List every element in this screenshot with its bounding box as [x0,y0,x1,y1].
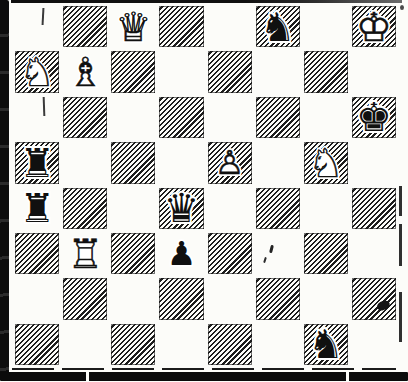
square-h5[interactable] [350,140,398,185]
frame-right-dash [399,292,402,342]
square-h1[interactable] [350,322,398,367]
square-b2[interactable] [61,276,109,321]
square-e6[interactable] [206,95,254,140]
square-d2[interactable] [157,276,205,321]
square-f5[interactable] [254,140,302,185]
square-c2[interactable] [109,276,157,321]
square-b8[interactable] [61,4,109,49]
square-g7[interactable] [302,49,350,94]
square-b4[interactable] [61,186,109,231]
white-queen-silhouette: ♛ [109,4,157,49]
square-g4[interactable] [302,186,350,231]
black-pawn-silhouette: ♟ [157,231,205,276]
square-f2[interactable] [254,276,302,321]
black-knight-silhouette: ♞ [256,6,300,47]
white-king-silhouette: ♚ [352,6,396,47]
square-e4[interactable] [206,186,254,231]
square-e2[interactable] [206,276,254,321]
black-king: ♚ [352,97,396,138]
square-f1[interactable] [254,322,302,367]
square-c5[interactable] [109,140,157,185]
square-g3[interactable] [302,231,350,276]
square-a7[interactable]: ♞♘ [13,49,61,94]
white-pawn: ♙ [208,142,252,183]
square-d3[interactable]: ♟♟ [157,231,205,276]
square-f3[interactable] [254,231,302,276]
white-rook-silhouette: ♜ [61,231,109,276]
square-e7[interactable] [206,49,254,94]
square-e3[interactable] [206,231,254,276]
square-g1[interactable]: ♞♞ [302,322,350,367]
square-g2[interactable] [302,276,350,321]
square-b7[interactable]: ♝♗ [61,49,109,94]
white-bishop-silhouette: ♝ [61,49,109,94]
square-h3[interactable] [350,231,398,276]
square-c7[interactable] [109,49,157,94]
square-c8[interactable]: ♛♕ [109,4,157,49]
black-queen-silhouette: ♛ [159,188,203,229]
square-b6[interactable] [61,95,109,140]
black-pawn: ♟ [157,231,205,276]
square-f4[interactable] [254,186,302,231]
frame-right-dash [399,224,402,266]
black-rook-silhouette: ♜ [13,186,61,231]
print-speck-artifact [400,5,404,10]
square-e5[interactable]: ♟♙ [206,140,254,185]
white-knight: ♘ [304,142,348,183]
square-b1[interactable] [61,322,109,367]
white-king: ♔ [352,6,396,47]
square-a5[interactable]: ♜♜ [13,140,61,185]
square-a8[interactable] [13,4,61,49]
square-e1[interactable] [206,322,254,367]
square-b5[interactable] [61,140,109,185]
frame-top-line [11,0,402,3]
square-h4[interactable] [350,186,398,231]
black-knight: ♞ [256,6,300,47]
square-b3[interactable]: ♜♖ [61,231,109,276]
square-d7[interactable] [157,49,205,94]
square-h6[interactable]: ♚♚ [350,95,398,140]
black-queen: ♛ [159,188,203,229]
square-d6[interactable] [157,95,205,140]
white-rook: ♖ [61,231,109,276]
square-f7[interactable] [254,49,302,94]
square-h2[interactable] [350,276,398,321]
square-h7[interactable] [350,49,398,94]
square-f8[interactable]: ♞♞ [254,4,302,49]
frame-under-line [12,368,396,370]
square-g8[interactable] [302,4,350,49]
black-knight-silhouette: ♞ [304,324,348,365]
square-d1[interactable] [157,322,205,367]
square-d5[interactable] [157,140,205,185]
black-rook-silhouette: ♜ [15,142,59,183]
square-a2[interactable] [13,276,61,321]
black-king-silhouette: ♚ [352,97,396,138]
frame-right-dash [399,186,402,216]
frame-left-bar [0,0,9,379]
board: ♛♕♞♞♚♔♞♘♝♗♚♚♜♜♟♙♞♘♜♜♛♛♜♖♟♟♞♞ [13,4,398,367]
white-knight: ♘ [15,51,59,92]
square-c4[interactable] [109,186,157,231]
black-knight: ♞ [304,324,348,365]
white-queen: ♕ [109,4,157,49]
white-knight-silhouette: ♞ [15,51,59,92]
square-a1[interactable] [13,322,61,367]
square-a3[interactable] [13,231,61,276]
white-bishop: ♗ [61,49,109,94]
square-a6[interactable] [13,95,61,140]
square-d4[interactable]: ♛♛ [157,186,205,231]
black-rook: ♜ [13,186,61,231]
square-e8[interactable] [206,4,254,49]
scanned-chess-diagram: ♛♕♞♞♚♔♞♘♝♗♚♚♜♜♟♙♞♘♜♜♛♛♜♖♟♟♞♞ [0,0,408,382]
square-h8[interactable]: ♚♔ [350,4,398,49]
square-f6[interactable] [254,95,302,140]
square-g5[interactable]: ♞♘ [302,140,350,185]
square-c3[interactable] [109,231,157,276]
square-d8[interactable] [157,4,205,49]
square-c6[interactable] [109,95,157,140]
square-a4[interactable]: ♜♜ [13,186,61,231]
black-rook: ♜ [15,142,59,183]
white-pawn-silhouette: ♟ [208,142,252,183]
white-knight-silhouette: ♞ [304,142,348,183]
square-c1[interactable] [109,322,157,367]
frame-bottom-bar [0,372,408,381]
square-g6[interactable] [302,95,350,140]
